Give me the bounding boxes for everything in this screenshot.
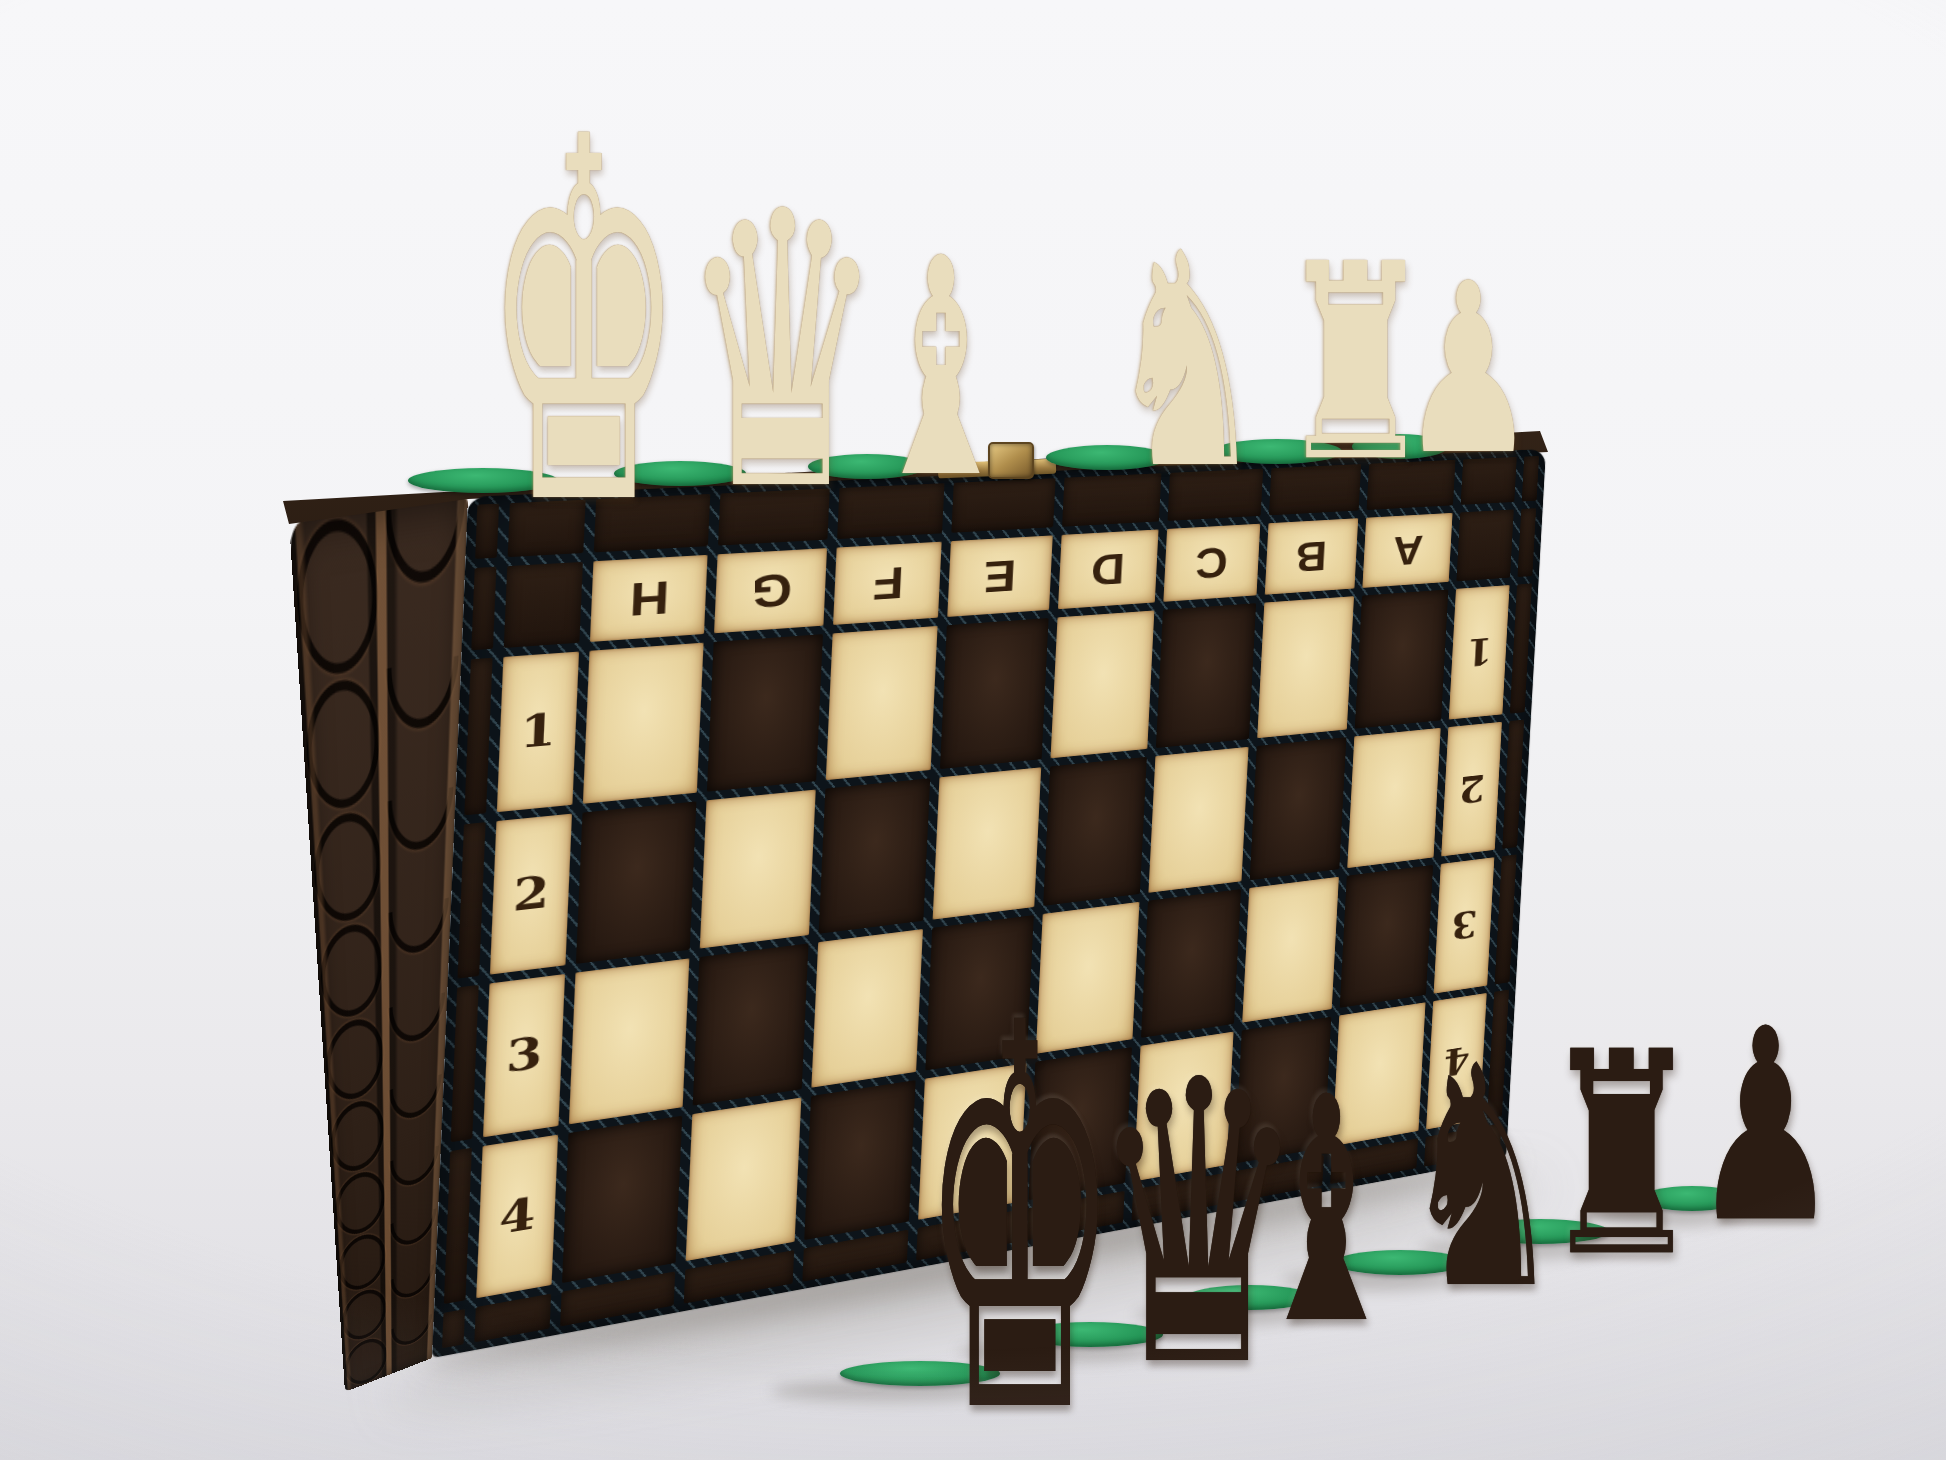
board-square (1050, 610, 1154, 757)
frame-cell (457, 822, 485, 979)
corner-cell (1456, 509, 1513, 581)
frame-cell (444, 1147, 472, 1304)
frame-cell (1517, 508, 1536, 577)
frame-cell (1502, 719, 1524, 849)
file-label: E (948, 535, 1053, 617)
rank-label-left: 3 (483, 974, 565, 1137)
board-square (569, 958, 690, 1123)
board-square (562, 1115, 682, 1283)
board-square (693, 943, 809, 1105)
board-square (1347, 727, 1441, 868)
board-square (686, 1097, 802, 1261)
board-square (700, 789, 816, 948)
board-square (1249, 737, 1346, 881)
rank-label-right: 1 (1449, 585, 1510, 719)
frame-cell (442, 1309, 465, 1348)
chess-set-photo: HGFEDCBA11223344 ♚ ♛ ♝ ♞ ♜ ♟ ♚ ♛ ♝ ♞ ♜ ♟ (0, 0, 1946, 1460)
frame-cell (474, 1294, 551, 1343)
board-square (1156, 603, 1256, 747)
frame-cell (1510, 583, 1532, 713)
file-label: A (1362, 513, 1452, 588)
board-square (1257, 596, 1354, 738)
board-square (707, 634, 823, 791)
board-square (1148, 746, 1248, 892)
file-label: B (1265, 518, 1359, 595)
frame-cell (1495, 854, 1517, 984)
file-label: D (1057, 529, 1158, 609)
board-square (812, 929, 924, 1087)
rank-label-left: 2 (490, 813, 572, 974)
board-square (576, 801, 697, 964)
board-square (819, 778, 931, 934)
board-square (1355, 589, 1449, 728)
rank-label-right: 3 (1434, 857, 1495, 993)
board-square (804, 1080, 916, 1240)
board-square (826, 626, 938, 780)
frame-cell (464, 658, 492, 815)
board-square (933, 767, 1041, 920)
rank-label-left: 1 (497, 652, 579, 812)
board-square (583, 643, 704, 804)
board-square (940, 618, 1048, 769)
frame-cell (451, 985, 479, 1142)
rank-label-right: 2 (1441, 721, 1502, 856)
board-square (1340, 865, 1434, 1008)
rank-label-left: 4 (476, 1134, 558, 1298)
file-label: C (1163, 524, 1260, 602)
board-square (1043, 756, 1147, 905)
